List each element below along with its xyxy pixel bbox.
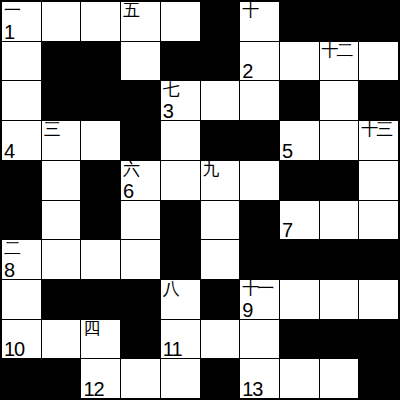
cell-0-3[interactable]: 五 bbox=[121, 2, 160, 41]
black-cell-2-7 bbox=[280, 81, 319, 120]
black-cell-0-8 bbox=[320, 2, 359, 41]
cell-1-0[interactable] bbox=[2, 42, 41, 81]
down-clue-number-chinese: 六 bbox=[123, 161, 138, 179]
black-cell-0-9 bbox=[359, 2, 398, 41]
across-clue-number: 13 bbox=[242, 379, 262, 398]
black-cell-8-7 bbox=[280, 320, 319, 359]
black-cell-7-3 bbox=[121, 280, 160, 319]
black-cell-9-0 bbox=[2, 359, 41, 398]
black-cell-5-6 bbox=[240, 201, 279, 240]
black-cell-7-5 bbox=[201, 280, 240, 319]
black-cell-6-9 bbox=[359, 240, 398, 279]
cell-4-3[interactable]: 六6 bbox=[121, 161, 160, 200]
black-cell-6-4 bbox=[161, 240, 200, 279]
cell-5-3[interactable] bbox=[121, 201, 160, 240]
cell-9-4[interactable] bbox=[161, 359, 200, 398]
cell-3-0[interactable]: 4 bbox=[2, 121, 41, 160]
cell-0-4[interactable] bbox=[161, 2, 200, 41]
across-clue-number: 5 bbox=[282, 141, 292, 160]
black-cell-3-5 bbox=[201, 121, 240, 160]
cell-4-5[interactable]: 九 bbox=[201, 161, 240, 200]
black-cell-2-1 bbox=[42, 81, 81, 120]
cell-5-8[interactable] bbox=[320, 201, 359, 240]
across-clue-number: 1 bbox=[4, 22, 14, 41]
down-clue-number-chinese: 一 bbox=[4, 2, 19, 20]
down-clue-number-chinese: 七 bbox=[163, 81, 178, 99]
cell-8-4[interactable]: 11 bbox=[161, 320, 200, 359]
cell-0-6[interactable]: 十 bbox=[240, 2, 279, 41]
across-clue-number: 3 bbox=[163, 101, 173, 120]
cell-1-6[interactable]: 2 bbox=[240, 42, 279, 81]
down-clue-number-chinese: 二 bbox=[4, 240, 19, 258]
crossword-board: 一1五十2十二七34三5十三六6九7二8八十一910四111213 bbox=[0, 0, 400, 400]
black-cell-8-3 bbox=[121, 320, 160, 359]
black-cell-9-9 bbox=[359, 359, 398, 398]
black-cell-4-8 bbox=[320, 161, 359, 200]
cell-1-7[interactable] bbox=[280, 42, 319, 81]
black-cell-4-0 bbox=[2, 161, 41, 200]
black-cell-2-2 bbox=[81, 81, 120, 120]
cell-1-8[interactable]: 十二 bbox=[320, 42, 359, 81]
down-clue-number-chinese: 八 bbox=[163, 280, 178, 298]
cell-5-9[interactable] bbox=[359, 201, 398, 240]
across-clue-number: 4 bbox=[4, 141, 14, 160]
cell-6-5[interactable] bbox=[201, 240, 240, 279]
down-clue-number-chinese: 十三 bbox=[361, 121, 391, 139]
black-cell-1-5 bbox=[201, 42, 240, 81]
cell-8-1[interactable] bbox=[42, 320, 81, 359]
cell-5-7[interactable]: 7 bbox=[280, 201, 319, 240]
cell-1-9[interactable] bbox=[359, 42, 398, 81]
cell-7-6[interactable]: 十一9 bbox=[240, 280, 279, 319]
black-cell-1-2 bbox=[81, 42, 120, 81]
cell-0-2[interactable] bbox=[81, 2, 120, 41]
cell-2-4[interactable]: 七3 bbox=[161, 81, 200, 120]
down-clue-number-chinese: 十一 bbox=[242, 280, 272, 298]
cell-3-1[interactable]: 三 bbox=[42, 121, 81, 160]
cell-9-2[interactable]: 12 bbox=[81, 359, 120, 398]
cell-6-2[interactable] bbox=[81, 240, 120, 279]
cell-9-7[interactable] bbox=[280, 359, 319, 398]
down-clue-number-chinese: 四 bbox=[83, 320, 98, 338]
cell-9-3[interactable] bbox=[121, 359, 160, 398]
black-cell-1-1 bbox=[42, 42, 81, 81]
cell-4-6[interactable] bbox=[240, 161, 279, 200]
black-cell-6-7 bbox=[280, 240, 319, 279]
down-clue-number-chinese: 十 bbox=[242, 2, 257, 20]
black-cell-9-5 bbox=[201, 359, 240, 398]
across-clue-number: 7 bbox=[282, 220, 292, 239]
black-cell-2-3 bbox=[121, 81, 160, 120]
cell-9-6[interactable]: 13 bbox=[240, 359, 279, 398]
cell-1-3[interactable] bbox=[121, 42, 160, 81]
black-cell-9-1 bbox=[42, 359, 81, 398]
cell-4-1[interactable] bbox=[42, 161, 81, 200]
cell-8-5[interactable] bbox=[201, 320, 240, 359]
across-clue-number: 6 bbox=[123, 181, 133, 200]
black-cell-8-8 bbox=[320, 320, 359, 359]
cell-7-0[interactable] bbox=[2, 280, 41, 319]
black-cell-1-4 bbox=[161, 42, 200, 81]
cell-6-3[interactable] bbox=[121, 240, 160, 279]
down-clue-number-chinese: 五 bbox=[123, 2, 138, 20]
cell-7-7[interactable] bbox=[280, 280, 319, 319]
black-cell-5-2 bbox=[81, 201, 120, 240]
cell-3-9[interactable]: 十三 bbox=[359, 121, 398, 160]
black-cell-7-2 bbox=[81, 280, 120, 319]
cell-9-8[interactable] bbox=[320, 359, 359, 398]
cell-3-2[interactable] bbox=[81, 121, 120, 160]
cell-4-9[interactable] bbox=[359, 161, 398, 200]
cell-2-6[interactable] bbox=[240, 81, 279, 120]
black-cell-8-9 bbox=[359, 320, 398, 359]
cell-6-1[interactable] bbox=[42, 240, 81, 279]
across-clue-number: 11 bbox=[163, 339, 182, 358]
black-cell-3-3 bbox=[121, 121, 160, 160]
cell-8-2[interactable]: 四 bbox=[81, 320, 120, 359]
cell-8-0[interactable]: 10 bbox=[2, 320, 41, 359]
across-clue-number: 2 bbox=[242, 61, 252, 80]
across-clue-number: 9 bbox=[242, 300, 252, 319]
black-cell-6-6 bbox=[240, 240, 279, 279]
black-cell-4-7 bbox=[280, 161, 319, 200]
cell-2-8[interactable] bbox=[320, 81, 359, 120]
across-clue-number: 8 bbox=[4, 260, 14, 279]
cell-5-1[interactable] bbox=[42, 201, 81, 240]
black-cell-7-1 bbox=[42, 280, 81, 319]
cell-0-0[interactable]: 一1 bbox=[2, 2, 41, 41]
cell-4-4[interactable] bbox=[161, 161, 200, 200]
black-cell-6-8 bbox=[320, 240, 359, 279]
cell-2-5[interactable] bbox=[201, 81, 240, 120]
across-clue-number: 12 bbox=[83, 379, 103, 398]
down-clue-number-chinese: 九 bbox=[203, 161, 218, 179]
black-cell-2-9 bbox=[359, 81, 398, 120]
cell-7-4[interactable]: 八 bbox=[161, 280, 200, 319]
cell-3-4[interactable] bbox=[161, 121, 200, 160]
black-cell-5-0 bbox=[2, 201, 41, 240]
cell-7-9[interactable] bbox=[359, 280, 398, 319]
black-cell-0-5 bbox=[201, 2, 240, 41]
cell-3-7[interactable]: 5 bbox=[280, 121, 319, 160]
black-cell-0-7 bbox=[280, 2, 319, 41]
across-clue-number: 10 bbox=[4, 339, 24, 358]
cell-0-1[interactable] bbox=[42, 2, 81, 41]
cell-2-0[interactable] bbox=[2, 81, 41, 120]
cell-5-5[interactable] bbox=[201, 201, 240, 240]
cell-3-8[interactable] bbox=[320, 121, 359, 160]
black-cell-5-4 bbox=[161, 201, 200, 240]
black-cell-4-2 bbox=[81, 161, 120, 200]
black-cell-3-6 bbox=[240, 121, 279, 160]
cell-8-6[interactable] bbox=[240, 320, 279, 359]
cell-6-0[interactable]: 二8 bbox=[2, 240, 41, 279]
cell-7-8[interactable] bbox=[320, 280, 359, 319]
down-clue-number-chinese: 三 bbox=[44, 121, 59, 139]
down-clue-number-chinese: 十二 bbox=[322, 42, 352, 60]
